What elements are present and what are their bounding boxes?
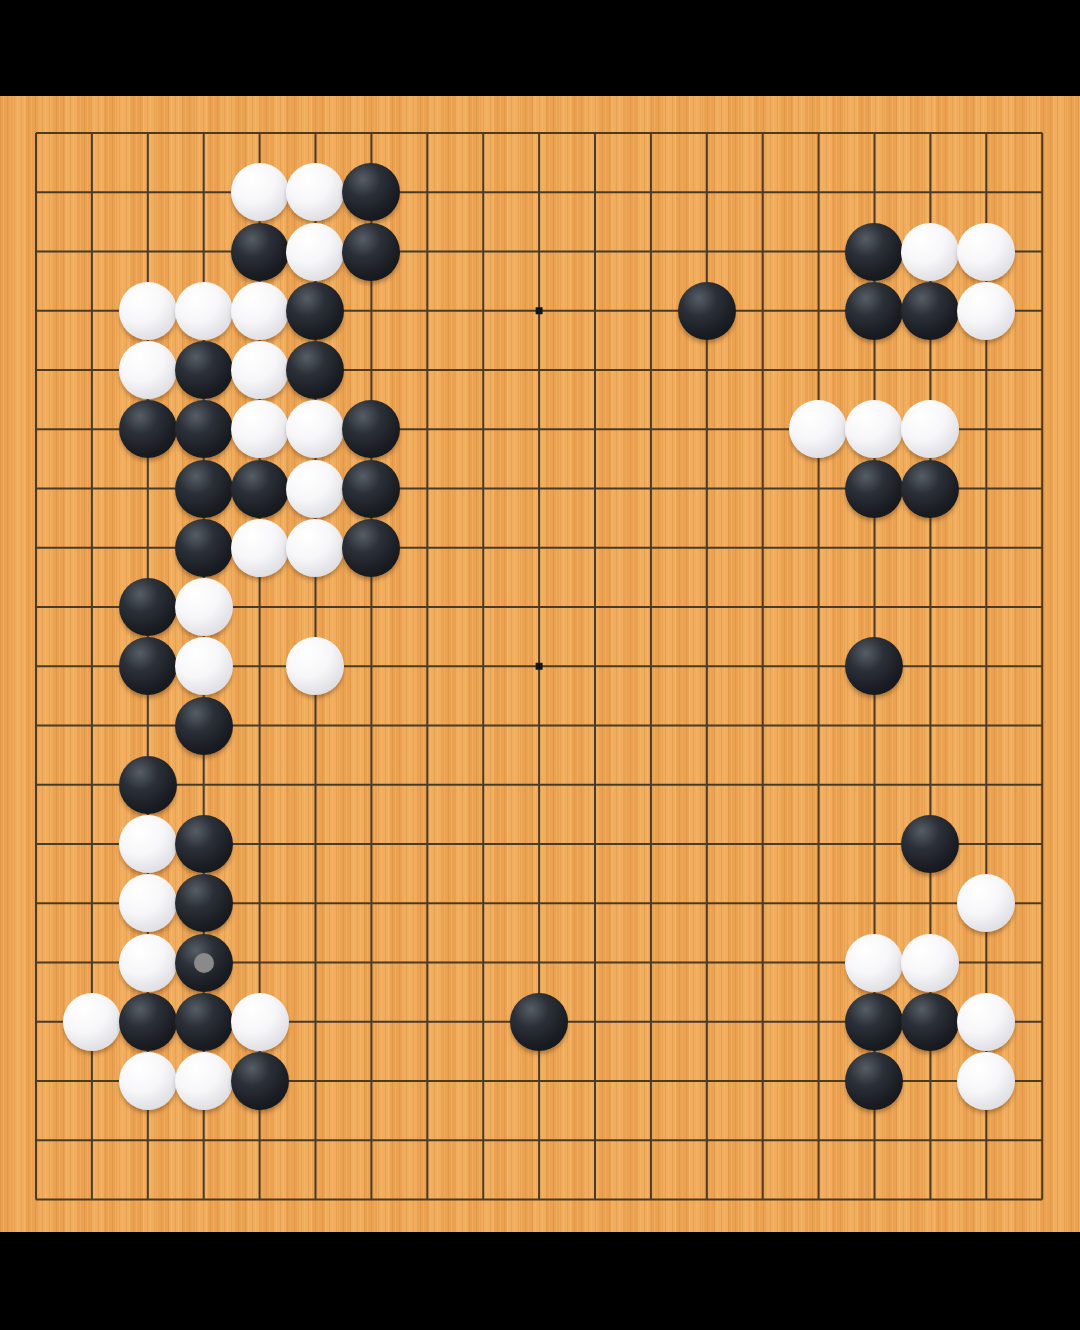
board-point[interactable]: [120, 103, 176, 162]
board-point[interactable]: [902, 814, 958, 873]
board-point[interactable]: [902, 992, 958, 1051]
board-point[interactable]: [623, 992, 679, 1051]
board-point[interactable]: [288, 992, 344, 1051]
board-point[interactable]: [64, 222, 120, 281]
board-point[interactable]: [64, 281, 120, 340]
board-point[interactable]: [343, 1111, 399, 1170]
board-point[interactable]: [511, 992, 567, 1051]
board-point[interactable]: [1014, 459, 1070, 518]
board-point[interactable]: [735, 518, 791, 577]
board-point[interactable]: [846, 1051, 902, 1110]
board-point[interactable]: [8, 1111, 64, 1170]
board-point[interactable]: [8, 222, 64, 281]
board-point[interactable]: [679, 1111, 735, 1170]
board-point[interactable]: [288, 637, 344, 696]
board-point[interactable]: [8, 1051, 64, 1110]
board-point[interactable]: [846, 933, 902, 992]
board-point[interactable]: [399, 814, 455, 873]
board-point[interactable]: [846, 103, 902, 162]
board-point[interactable]: [288, 577, 344, 636]
board-point[interactable]: [679, 1051, 735, 1110]
board-point[interactable]: [902, 1170, 958, 1229]
board-point[interactable]: [958, 163, 1014, 222]
board-point[interactable]: [511, 1111, 567, 1170]
board-point[interactable]: [288, 103, 344, 162]
board-point[interactable]: [288, 340, 344, 399]
board-point[interactable]: [958, 933, 1014, 992]
board-point[interactable]: [288, 874, 344, 933]
board-point[interactable]: [232, 755, 288, 814]
board-point[interactable]: [120, 163, 176, 222]
board-point[interactable]: [958, 459, 1014, 518]
board-point[interactable]: [623, 222, 679, 281]
board-point[interactable]: [511, 1170, 567, 1229]
board-point[interactable]: [120, 518, 176, 577]
board-point[interactable]: [735, 459, 791, 518]
board-point[interactable]: [343, 874, 399, 933]
board-point[interactable]: [399, 874, 455, 933]
board-point[interactable]: [791, 933, 847, 992]
board-point[interactable]: [176, 459, 232, 518]
board-point[interactable]: [455, 577, 511, 636]
board-point[interactable]: [846, 577, 902, 636]
board-point[interactable]: [958, 281, 1014, 340]
board-point[interactable]: [1014, 163, 1070, 222]
board-point[interactable]: [64, 163, 120, 222]
board-point[interactable]: [735, 992, 791, 1051]
board-point[interactable]: [176, 222, 232, 281]
board-point[interactable]: [846, 340, 902, 399]
board-point[interactable]: [511, 755, 567, 814]
board-point[interactable]: [735, 1051, 791, 1110]
board-point[interactable]: [343, 103, 399, 162]
board-point[interactable]: [958, 340, 1014, 399]
board-point[interactable]: [399, 637, 455, 696]
board-point[interactable]: [120, 992, 176, 1051]
board-point[interactable]: [958, 103, 1014, 162]
board-point[interactable]: [8, 459, 64, 518]
board-point[interactable]: [288, 933, 344, 992]
board-point[interactable]: [567, 696, 623, 755]
board-point[interactable]: [623, 459, 679, 518]
board-point[interactable]: [567, 400, 623, 459]
board-point[interactable]: [8, 340, 64, 399]
board-point[interactable]: [1014, 577, 1070, 636]
board-point[interactable]: [902, 874, 958, 933]
board-point[interactable]: [679, 103, 735, 162]
board-point[interactable]: [846, 1111, 902, 1170]
board-point[interactable]: [791, 103, 847, 162]
board-point[interactable]: [64, 992, 120, 1051]
board-point[interactable]: [902, 577, 958, 636]
board-point[interactable]: [8, 400, 64, 459]
board-point[interactable]: [791, 755, 847, 814]
board-point[interactable]: [791, 874, 847, 933]
board-point[interactable]: [232, 222, 288, 281]
board-point[interactable]: [511, 459, 567, 518]
board-point[interactable]: [567, 459, 623, 518]
board-point[interactable]: [232, 459, 288, 518]
board-point[interactable]: [735, 163, 791, 222]
board-point[interactable]: [846, 163, 902, 222]
board-point[interactable]: [791, 1111, 847, 1170]
board-point[interactable]: [846, 281, 902, 340]
board-point[interactable]: [8, 933, 64, 992]
board-point[interactable]: [791, 992, 847, 1051]
board-point[interactable]: [455, 1170, 511, 1229]
board-point[interactable]: [343, 400, 399, 459]
board-point[interactable]: [735, 696, 791, 755]
board-point[interactable]: [399, 1111, 455, 1170]
board-point[interactable]: [958, 992, 1014, 1051]
board-point[interactable]: [176, 281, 232, 340]
board-point[interactable]: [343, 459, 399, 518]
board-point[interactable]: [232, 696, 288, 755]
board-point[interactable]: [735, 814, 791, 873]
board-point[interactable]: [343, 281, 399, 340]
board-point[interactable]: [791, 281, 847, 340]
board-point[interactable]: [958, 637, 1014, 696]
board-point[interactable]: [288, 518, 344, 577]
board-point[interactable]: [1014, 281, 1070, 340]
board-point[interactable]: [735, 637, 791, 696]
board-point[interactable]: [791, 518, 847, 577]
board-point[interactable]: [232, 340, 288, 399]
board-point[interactable]: [511, 281, 567, 340]
board-point[interactable]: [679, 459, 735, 518]
board-point[interactable]: [846, 459, 902, 518]
board-point[interactable]: [679, 814, 735, 873]
board-point[interactable]: [64, 459, 120, 518]
board-point[interactable]: [1014, 340, 1070, 399]
board-point[interactable]: [623, 400, 679, 459]
board-point[interactable]: [567, 163, 623, 222]
board-point[interactable]: [623, 103, 679, 162]
board-point[interactable]: [623, 1111, 679, 1170]
board-point[interactable]: [455, 340, 511, 399]
board-point[interactable]: [623, 518, 679, 577]
board-point[interactable]: [120, 222, 176, 281]
board-point[interactable]: [455, 518, 511, 577]
board-point[interactable]: [232, 933, 288, 992]
board-point[interactable]: [232, 518, 288, 577]
board-point[interactable]: [120, 874, 176, 933]
board-point[interactable]: [176, 637, 232, 696]
board-point[interactable]: [176, 163, 232, 222]
board-point[interactable]: [343, 933, 399, 992]
board-point[interactable]: [511, 637, 567, 696]
board-point[interactable]: [64, 874, 120, 933]
board-point[interactable]: [735, 577, 791, 636]
board-point[interactable]: [288, 281, 344, 340]
board-point[interactable]: [679, 222, 735, 281]
board-point[interactable]: [623, 814, 679, 873]
board-point[interactable]: [1014, 933, 1070, 992]
board-point[interactable]: [232, 163, 288, 222]
board-point[interactable]: [846, 755, 902, 814]
board-point[interactable]: [455, 163, 511, 222]
board-point[interactable]: [176, 696, 232, 755]
board-point[interactable]: [455, 874, 511, 933]
board-point[interactable]: [567, 874, 623, 933]
board-point[interactable]: [399, 163, 455, 222]
board-point[interactable]: [120, 400, 176, 459]
board-point[interactable]: [399, 222, 455, 281]
board-point[interactable]: [511, 933, 567, 992]
board-point[interactable]: [120, 637, 176, 696]
board-point[interactable]: [902, 637, 958, 696]
board-point[interactable]: [623, 637, 679, 696]
board-point[interactable]: [343, 992, 399, 1051]
board-point[interactable]: [120, 933, 176, 992]
board-point[interactable]: [902, 163, 958, 222]
board-point[interactable]: [232, 992, 288, 1051]
board-point[interactable]: [455, 222, 511, 281]
board-point[interactable]: [623, 577, 679, 636]
board-point[interactable]: [120, 340, 176, 399]
board-point[interactable]: [120, 1111, 176, 1170]
board-point[interactable]: [8, 281, 64, 340]
board-point[interactable]: [846, 518, 902, 577]
board-point[interactable]: [791, 637, 847, 696]
board-point[interactable]: [64, 340, 120, 399]
board-point[interactable]: [343, 577, 399, 636]
board-point[interactable]: [288, 400, 344, 459]
board-point[interactable]: [567, 577, 623, 636]
board-point[interactable]: [232, 1170, 288, 1229]
board-point[interactable]: [902, 103, 958, 162]
board-point[interactable]: [567, 1111, 623, 1170]
board-point[interactable]: [8, 755, 64, 814]
board-point[interactable]: [735, 755, 791, 814]
board-point[interactable]: [791, 222, 847, 281]
board-point[interactable]: [64, 814, 120, 873]
board-point[interactable]: [64, 1111, 120, 1170]
board-point[interactable]: [455, 814, 511, 873]
board-point[interactable]: [511, 874, 567, 933]
board-point[interactable]: [958, 814, 1014, 873]
board-point[interactable]: [567, 340, 623, 399]
board-point[interactable]: [679, 1170, 735, 1229]
board-point[interactable]: [120, 281, 176, 340]
board-point[interactable]: [399, 933, 455, 992]
board-point[interactable]: [8, 518, 64, 577]
board-point[interactable]: [902, 340, 958, 399]
board-point[interactable]: [1014, 696, 1070, 755]
board-point[interactable]: [1014, 992, 1070, 1051]
board-point[interactable]: [511, 577, 567, 636]
board-point[interactable]: [1014, 637, 1070, 696]
board-point[interactable]: [511, 1051, 567, 1110]
board-point[interactable]: [455, 933, 511, 992]
board-point[interactable]: [176, 518, 232, 577]
board-point[interactable]: [120, 1170, 176, 1229]
board-point[interactable]: [343, 1170, 399, 1229]
board-point[interactable]: [567, 755, 623, 814]
board-point[interactable]: [902, 755, 958, 814]
board-point[interactable]: [679, 696, 735, 755]
go-board[interactable]: [0, 96, 1080, 1232]
board-point[interactable]: [735, 340, 791, 399]
board-point[interactable]: [232, 577, 288, 636]
board-point[interactable]: [455, 281, 511, 340]
board-point[interactable]: [64, 577, 120, 636]
board-point[interactable]: [567, 814, 623, 873]
board-point[interactable]: [343, 340, 399, 399]
board-point[interactable]: [399, 1051, 455, 1110]
board-point[interactable]: [1014, 400, 1070, 459]
board-point[interactable]: [120, 814, 176, 873]
board-point[interactable]: [902, 222, 958, 281]
board-point[interactable]: [399, 518, 455, 577]
board-point[interactable]: [679, 933, 735, 992]
board-point[interactable]: [455, 696, 511, 755]
board-point[interactable]: [232, 1111, 288, 1170]
board-point[interactable]: [8, 696, 64, 755]
board-point[interactable]: [958, 222, 1014, 281]
board-point[interactable]: [176, 103, 232, 162]
board-point[interactable]: [623, 755, 679, 814]
board-point[interactable]: [399, 281, 455, 340]
board-point[interactable]: [958, 400, 1014, 459]
board-point[interactable]: [958, 1111, 1014, 1170]
board-point[interactable]: [623, 340, 679, 399]
board-point[interactable]: [343, 1051, 399, 1110]
board-point[interactable]: [232, 874, 288, 933]
board-point[interactable]: [288, 1051, 344, 1110]
board-point[interactable]: [455, 637, 511, 696]
board-point[interactable]: [232, 400, 288, 459]
board-point[interactable]: [176, 577, 232, 636]
board-point[interactable]: [567, 103, 623, 162]
board-point[interactable]: [623, 1051, 679, 1110]
board-point[interactable]: [176, 1051, 232, 1110]
board-point[interactable]: [176, 992, 232, 1051]
board-point[interactable]: [791, 1170, 847, 1229]
board-point[interactable]: [902, 281, 958, 340]
board-point[interactable]: [511, 518, 567, 577]
board-point[interactable]: [902, 459, 958, 518]
board-point[interactable]: [791, 163, 847, 222]
board-point[interactable]: [64, 696, 120, 755]
board-point[interactable]: [623, 281, 679, 340]
board-point[interactable]: [1014, 874, 1070, 933]
board-point[interactable]: [679, 874, 735, 933]
board-point[interactable]: [567, 281, 623, 340]
board-point[interactable]: [735, 281, 791, 340]
board-point[interactable]: [902, 518, 958, 577]
board-point[interactable]: [791, 459, 847, 518]
board-point[interactable]: [1014, 755, 1070, 814]
board-point[interactable]: [288, 696, 344, 755]
board-point[interactable]: [455, 400, 511, 459]
board-point[interactable]: [288, 1170, 344, 1229]
board-point[interactable]: [735, 222, 791, 281]
board-point[interactable]: [399, 992, 455, 1051]
board-point[interactable]: [679, 755, 735, 814]
board-point[interactable]: [176, 1111, 232, 1170]
board-point[interactable]: [120, 577, 176, 636]
board-point[interactable]: [511, 400, 567, 459]
board-point[interactable]: [679, 340, 735, 399]
board-point[interactable]: [64, 103, 120, 162]
board-point[interactable]: [64, 637, 120, 696]
board-point[interactable]: [232, 103, 288, 162]
board-point[interactable]: [1014, 1111, 1070, 1170]
board-point[interactable]: [735, 874, 791, 933]
board-point[interactable]: [64, 755, 120, 814]
board-point[interactable]: [8, 814, 64, 873]
board-point[interactable]: [567, 933, 623, 992]
board-point[interactable]: [679, 400, 735, 459]
board-point[interactable]: [8, 637, 64, 696]
board-point[interactable]: [679, 992, 735, 1051]
board-point[interactable]: [791, 696, 847, 755]
board-point[interactable]: [176, 1170, 232, 1229]
board-point[interactable]: [1014, 518, 1070, 577]
board-point[interactable]: [343, 222, 399, 281]
board-point[interactable]: [288, 163, 344, 222]
board-point[interactable]: [735, 400, 791, 459]
board-point[interactable]: [735, 1111, 791, 1170]
board-point[interactable]: [791, 1051, 847, 1110]
board-point[interactable]: [455, 1051, 511, 1110]
board-point[interactable]: [567, 992, 623, 1051]
board-point[interactable]: [399, 577, 455, 636]
board-point[interactable]: [623, 874, 679, 933]
board-point[interactable]: [176, 400, 232, 459]
board-point[interactable]: [343, 755, 399, 814]
board-point[interactable]: [567, 637, 623, 696]
board-point[interactable]: [8, 874, 64, 933]
board-point[interactable]: [399, 400, 455, 459]
board-point[interactable]: [567, 222, 623, 281]
board-point[interactable]: [8, 163, 64, 222]
board-point[interactable]: [455, 755, 511, 814]
board-point[interactable]: [8, 103, 64, 162]
board-point[interactable]: [511, 696, 567, 755]
board-point[interactable]: [64, 518, 120, 577]
board-point[interactable]: [791, 400, 847, 459]
board-point[interactable]: [232, 637, 288, 696]
board-point[interactable]: [343, 814, 399, 873]
board-point[interactable]: [958, 1170, 1014, 1229]
board-point[interactable]: [679, 518, 735, 577]
board-point[interactable]: [846, 637, 902, 696]
board-point[interactable]: [902, 1111, 958, 1170]
board-point[interactable]: [120, 459, 176, 518]
board-point[interactable]: [511, 340, 567, 399]
board-point[interactable]: [791, 814, 847, 873]
board-point[interactable]: [8, 1170, 64, 1229]
board-point[interactable]: [64, 1051, 120, 1110]
board-point[interactable]: [846, 1170, 902, 1229]
board-point[interactable]: [623, 163, 679, 222]
board-point[interactable]: [902, 1051, 958, 1110]
board-point[interactable]: [64, 933, 120, 992]
board-point[interactable]: [399, 696, 455, 755]
board-point[interactable]: [343, 696, 399, 755]
board-point[interactable]: [511, 814, 567, 873]
board-point[interactable]: [120, 1051, 176, 1110]
board-point[interactable]: [958, 577, 1014, 636]
board-point[interactable]: [902, 400, 958, 459]
board-point[interactable]: [455, 1111, 511, 1170]
board-point[interactable]: [176, 874, 232, 933]
board-point[interactable]: [735, 103, 791, 162]
board-point[interactable]: [455, 103, 511, 162]
board-point[interactable]: [288, 222, 344, 281]
